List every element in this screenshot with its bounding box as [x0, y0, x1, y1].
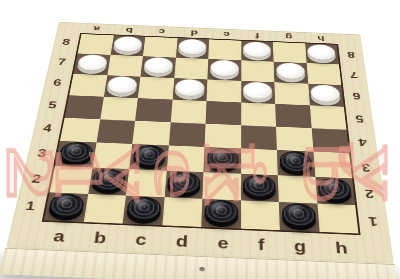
cell-h6 [308, 84, 344, 107]
rank-label-right-5: 5 [355, 112, 365, 124]
square-h3[interactable] [313, 152, 352, 179]
square-c5[interactable] [135, 98, 172, 122]
square-d5[interactable] [170, 99, 206, 123]
square-d7[interactable] [174, 58, 208, 80]
file-label-top-c: c [158, 27, 165, 35]
cell-h2 [315, 177, 355, 205]
piece-white-f6[interactable] [243, 81, 272, 99]
rank-label-left-7: 7 [57, 57, 67, 68]
piece-white-e7[interactable] [210, 59, 239, 76]
cell-g7 [274, 62, 308, 84]
file-label-top-e: e [223, 30, 230, 38]
square-c8[interactable] [143, 37, 177, 58]
cell-a7 [73, 53, 110, 75]
piece-white-d8[interactable] [178, 39, 207, 56]
cell-d2 [164, 171, 203, 199]
file-label-top-g: g [285, 33, 293, 42]
cell-b2 [88, 168, 129, 196]
piece-white-a7[interactable] [77, 54, 108, 71]
rank-label-left-6: 6 [52, 78, 62, 89]
cell-a3 [55, 141, 96, 168]
square-e2[interactable] [202, 172, 240, 200]
file-label-bottom-a: a [52, 227, 66, 245]
piece-white-f8[interactable] [243, 41, 271, 58]
square-c6[interactable] [138, 77, 174, 100]
piece-black-h2[interactable] [318, 178, 352, 201]
square-h1[interactable] [317, 204, 358, 234]
rank-label-right-1: 1 [368, 214, 379, 229]
rank-label-right-8: 8 [347, 49, 356, 59]
rank-label-right-3: 3 [361, 160, 371, 173]
rank-label-right-2: 2 [364, 186, 375, 200]
square-d4[interactable] [168, 122, 205, 147]
file-label-bottom-c: c [135, 231, 148, 249]
piece-white-b8[interactable] [113, 36, 143, 53]
file-label-bottom-e: e [217, 234, 228, 252]
cell-f6 [241, 81, 275, 104]
file-label-top-a: a [93, 25, 101, 33]
square-b5[interactable] [100, 96, 138, 120]
square-f3[interactable] [241, 149, 278, 176]
piece-white-g7[interactable] [276, 62, 305, 80]
rank-label-left-5: 5 [47, 99, 58, 111]
checkers-board: abcdefgh abcdefgh 87654321 87654321 [6, 22, 394, 264]
square-g4[interactable] [276, 126, 313, 151]
piece-black-g3[interactable] [279, 151, 312, 172]
cell-d6 [172, 78, 207, 101]
piece-black-g1[interactable] [281, 203, 316, 227]
square-a4[interactable] [60, 117, 100, 142]
square-b4[interactable] [96, 119, 135, 144]
cell-f2 [241, 174, 279, 202]
piece-white-c7[interactable] [143, 57, 173, 74]
square-f1[interactable] [241, 200, 280, 230]
square-a8[interactable] [78, 34, 114, 55]
cell-e1 [201, 199, 240, 229]
rank-label-left-8: 8 [61, 37, 71, 47]
piece-black-d2[interactable] [167, 171, 201, 193]
square-e5[interactable] [206, 101, 241, 125]
square-b7[interactable] [107, 55, 143, 77]
piece-black-e3[interactable] [206, 148, 238, 169]
cell-e3 [204, 147, 241, 174]
square-h7[interactable] [306, 63, 341, 85]
piece-black-a3[interactable] [58, 142, 93, 163]
rank-label-right-4: 4 [358, 136, 368, 149]
square-e8[interactable] [208, 39, 241, 60]
square-b1[interactable] [83, 194, 126, 224]
rank-label-right-7: 7 [349, 69, 358, 80]
square-g2[interactable] [278, 175, 317, 203]
piece-white-b6[interactable] [107, 76, 139, 94]
rank-label-right-6: 6 [352, 90, 361, 101]
cell-a1 [44, 192, 88, 222]
square-f5[interactable] [241, 102, 276, 126]
file-label-top-f: f [255, 31, 259, 39]
piece-white-h8[interactable] [307, 44, 336, 61]
square-f7[interactable] [241, 60, 274, 82]
square-g6[interactable] [274, 82, 309, 105]
cell-g3 [277, 150, 315, 177]
file-label-top-h: h [317, 34, 325, 43]
piece-black-a1[interactable] [48, 193, 85, 217]
square-c4[interactable] [132, 120, 170, 145]
piece-black-f2[interactable] [243, 175, 276, 198]
rank-label-left-3: 3 [36, 147, 47, 160]
board-scene: abcdefgh abcdefgh 87654321 87654321 [0, 0, 400, 279]
file-label-bottom-g: g [293, 237, 306, 255]
file-label-top-b: b [125, 26, 133, 34]
cell-c3 [129, 144, 168, 171]
piece-black-b2[interactable] [91, 168, 126, 190]
square-f4[interactable] [241, 125, 277, 150]
file-label-bottom-h: h [335, 239, 349, 257]
square-a2[interactable] [50, 166, 92, 194]
file-label-bottom-f: f [258, 236, 265, 254]
board-field-wrap [42, 33, 361, 235]
square-d3[interactable] [166, 146, 204, 173]
cell-b8 [110, 35, 145, 56]
piece-black-c1[interactable] [126, 196, 162, 220]
square-h5[interactable] [309, 105, 346, 129]
rank-label-left-2: 2 [30, 172, 42, 186]
file-label-bottom-b: b [93, 229, 108, 247]
cell-f8 [241, 41, 274, 62]
cell-e7 [207, 59, 241, 81]
square-e6[interactable] [207, 79, 241, 102]
square-e4[interactable] [205, 123, 241, 148]
cell-d8 [176, 38, 209, 59]
file-label-bottom-d: d [175, 232, 188, 250]
cell-g1 [279, 202, 319, 232]
piece-black-c3[interactable] [132, 145, 165, 166]
cell-c7 [140, 56, 175, 78]
square-h4[interactable] [311, 128, 349, 153]
clasp-pin-icon [199, 267, 204, 271]
square-d1[interactable] [162, 197, 202, 227]
product-photo: abcdefgh abcdefgh 87654321 87654321 21ve… [0, 0, 400, 279]
square-c2[interactable] [126, 169, 166, 197]
square-a6[interactable] [69, 74, 107, 97]
cell-h8 [305, 43, 339, 64]
cell-b6 [104, 75, 141, 98]
square-b3[interactable] [92, 143, 132, 170]
square-a5[interactable] [65, 95, 104, 119]
rank-label-left-1: 1 [24, 199, 36, 214]
piece-white-h6[interactable] [310, 84, 341, 102]
cell-c1 [123, 196, 165, 226]
rank-label-left-4: 4 [42, 122, 53, 135]
piece-black-e1[interactable] [204, 200, 238, 224]
square-g5[interactable] [275, 104, 311, 128]
square-g8[interactable] [273, 42, 306, 63]
piece-white-d6[interactable] [175, 78, 205, 96]
file-label-top-d: d [190, 29, 198, 37]
